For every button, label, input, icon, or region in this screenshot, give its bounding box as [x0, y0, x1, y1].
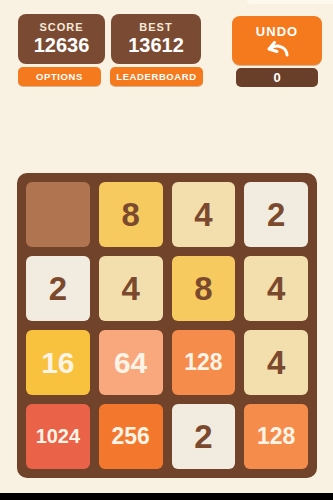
tile-2: 2: [172, 404, 236, 469]
leaderboard-button[interactable]: LEADERBOARD: [110, 67, 203, 86]
best-label: BEST: [139, 21, 172, 34]
score-value: 12636: [34, 34, 90, 57]
tile-16: 16: [26, 330, 90, 395]
empty-cell: [26, 182, 90, 247]
tile-8: 8: [172, 256, 236, 321]
board-grid[interactable]: 84224841664128410242562128: [17, 173, 317, 478]
game-screen: SCORE 12636 BEST 13612 OPTIONS LEADERBOA…: [0, 0, 333, 500]
tile-2: 2: [26, 256, 90, 321]
undo-arrow-icon: [263, 39, 291, 57]
tile-128: 128: [172, 330, 236, 395]
tile-4: 4: [99, 256, 163, 321]
score-label: SCORE: [39, 21, 83, 34]
tile-128: 128: [244, 404, 308, 469]
tile-2: 2: [244, 182, 308, 247]
undo-counter: 0: [236, 68, 318, 87]
tile-4: 4: [172, 182, 236, 247]
bottom-bar: [0, 493, 333, 500]
options-button[interactable]: OPTIONS: [18, 67, 101, 86]
tile-64: 64: [99, 330, 163, 395]
tile-256: 256: [99, 404, 163, 469]
undo-button-label: UNDO: [256, 24, 298, 39]
tile-1024: 1024: [26, 404, 90, 469]
score-panel: SCORE 12636: [18, 14, 105, 64]
undo-button[interactable]: UNDO: [232, 16, 322, 65]
tile-8: 8: [99, 182, 163, 247]
tile-4: 4: [244, 330, 308, 395]
best-panel: BEST 13612: [111, 14, 201, 64]
toast-remnant: [247, 0, 333, 4]
best-value: 13612: [128, 34, 184, 57]
tile-4: 4: [244, 256, 308, 321]
